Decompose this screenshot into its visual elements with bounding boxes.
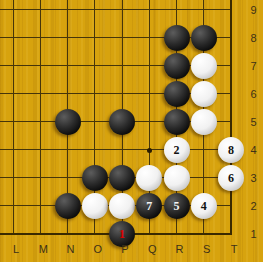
move-number-T3: 6 <box>228 172 234 184</box>
coord-label-row-4: 4 <box>245 144 262 156</box>
coord-label-row-1: 1 <box>245 228 262 240</box>
stone-S8 <box>191 25 217 51</box>
stone-S7 <box>191 53 217 79</box>
move-number-R4: 2 <box>174 144 180 156</box>
coord-label-col-N: N <box>57 240 84 258</box>
coord-label-row-5: 5 <box>245 116 262 128</box>
move-number-T4: 8 <box>228 144 234 156</box>
move-number-S2: 4 <box>201 200 207 212</box>
stones-grid: 2867541 <box>0 0 245 248</box>
stone-T4: 8 <box>218 137 244 163</box>
stone-T3: 6 <box>218 165 244 191</box>
coord-label-row-2: 2 <box>245 200 262 212</box>
move-number-P1: 1 <box>119 228 125 240</box>
stone-R3 <box>164 165 190 191</box>
coord-label-row-3: 3 <box>245 172 262 184</box>
go-board[interactable]: 2867541 LMNOPQRST 987654321 <box>0 0 263 262</box>
coord-label-col-P: P <box>111 240 138 258</box>
coord-label-col-M: M <box>30 240 57 258</box>
coord-label-col-R: R <box>166 240 193 258</box>
stone-R5 <box>164 109 190 135</box>
move-number-Q2: 7 <box>146 200 152 212</box>
stone-O3 <box>82 165 108 191</box>
stone-Q3 <box>136 165 162 191</box>
stone-R7 <box>164 53 190 79</box>
star-point-Q4 <box>147 148 152 153</box>
stone-S2: 4 <box>191 193 217 219</box>
stone-P5 <box>109 109 135 135</box>
stone-Q2: 7 <box>136 193 162 219</box>
coord-label-col-S: S <box>193 240 220 258</box>
coord-label-row-8: 8 <box>245 32 262 44</box>
stone-N2 <box>55 193 81 219</box>
stone-P3 <box>109 165 135 191</box>
stone-R6 <box>164 81 190 107</box>
coord-label-row-7: 7 <box>245 60 262 72</box>
column-coordinate-labels: LMNOPQRST <box>2 240 247 258</box>
coord-label-col-T: T <box>220 240 247 258</box>
stone-P2 <box>109 193 135 219</box>
coord-label-row-9: 9 <box>245 4 262 16</box>
row-coordinate-labels: 987654321 <box>245 0 262 248</box>
coord-label-col-O: O <box>84 240 111 258</box>
coord-label-col-L: L <box>2 240 29 258</box>
stone-R4: 2 <box>164 137 190 163</box>
stone-S6 <box>191 81 217 107</box>
coord-label-col-Q: Q <box>139 240 166 258</box>
stone-N5 <box>55 109 81 135</box>
move-number-R2: 5 <box>174 200 180 212</box>
stone-R8 <box>164 25 190 51</box>
coord-label-row-6: 6 <box>245 88 262 100</box>
stone-O2 <box>82 193 108 219</box>
stone-S5 <box>191 109 217 135</box>
stone-R2: 5 <box>164 193 190 219</box>
